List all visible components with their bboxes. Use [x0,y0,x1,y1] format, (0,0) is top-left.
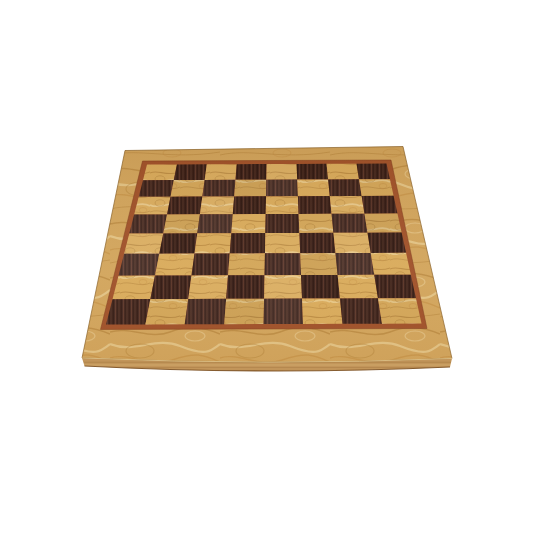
lighting-overlay [82,147,452,363]
chess-board-photo [0,0,533,533]
screenshot-root [0,0,533,533]
